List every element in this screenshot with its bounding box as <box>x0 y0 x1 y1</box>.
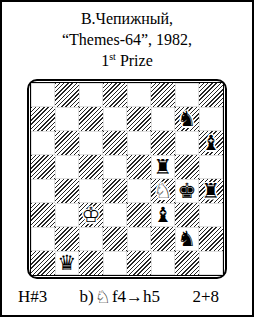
board-outer-frame: ♞♝♜♞♘♚♜♚♔♝♞♛ <box>27 79 227 279</box>
square-c6 <box>79 131 103 155</box>
square-g3 <box>175 203 199 227</box>
square-h7 <box>199 107 223 131</box>
square-b1: ♛ <box>55 251 79 275</box>
author-name: В.Чепижный, <box>2 8 252 29</box>
square-c2 <box>79 227 103 251</box>
square-b7 <box>55 107 79 131</box>
black-knight-g2: ♞ <box>175 227 199 251</box>
square-f5: ♜ <box>151 155 175 179</box>
square-b8 <box>55 83 79 107</box>
square-e4 <box>127 179 151 203</box>
square-g1 <box>175 251 199 275</box>
square-g2: ♞ <box>175 227 199 251</box>
white-king-c3: ♚♔ <box>79 203 103 227</box>
square-h6: ♝ <box>199 131 223 155</box>
black-bishop-h6: ♝ <box>199 131 223 155</box>
square-g7: ♞ <box>175 107 199 131</box>
square-e7 <box>127 107 151 131</box>
award-word: Prize <box>120 52 153 69</box>
square-h3 <box>199 203 223 227</box>
stipulation-label: H#3 <box>18 286 47 308</box>
award-ordinal-suffix: st <box>109 51 116 62</box>
square-f8 <box>151 83 175 107</box>
square-c4 <box>79 179 103 203</box>
square-c1 <box>79 251 103 275</box>
square-d4 <box>103 179 127 203</box>
square-e6 <box>127 131 151 155</box>
twin-label: b) <box>80 286 94 308</box>
black-knight-g7: ♞ <box>175 107 199 131</box>
square-d8 <box>103 83 127 107</box>
square-e5 <box>127 155 151 179</box>
square-a2 <box>31 227 55 251</box>
white-knight-icon: ♘ <box>95 286 111 308</box>
square-a3 <box>31 203 55 227</box>
square-f4: ♞♘ <box>151 179 175 203</box>
black-bishop-f3: ♝ <box>151 203 175 227</box>
chess-board: ♞♝♜♞♘♚♜♚♔♝♞♛ <box>31 83 223 275</box>
square-b6 <box>55 131 79 155</box>
problem-header: В.Чепижный, “Themes-64”, 1982, 1stPrize <box>2 8 252 71</box>
square-d6 <box>103 131 127 155</box>
square-b3 <box>55 203 79 227</box>
board-inner-frame: ♞♝♜♞♘♚♜♚♔♝♞♛ <box>30 82 224 276</box>
square-a6 <box>31 131 55 155</box>
white-knight-f4: ♞♘ <box>151 179 175 203</box>
square-h5 <box>199 155 223 179</box>
twin-condition: b)♘f4→h5 <box>80 285 160 308</box>
black-queen-b1: ♛ <box>55 251 79 275</box>
square-f6 <box>151 131 175 155</box>
material-count: 2+8 <box>192 286 219 308</box>
square-a4 <box>31 179 55 203</box>
square-g5 <box>175 155 199 179</box>
square-a8 <box>31 83 55 107</box>
square-a1 <box>31 251 55 275</box>
square-h4: ♜ <box>199 179 223 203</box>
square-d1 <box>103 251 127 275</box>
square-d2 <box>103 227 127 251</box>
square-d5 <box>103 155 127 179</box>
square-b5 <box>55 155 79 179</box>
square-e3 <box>127 203 151 227</box>
twin-move: f4→h5 <box>112 286 160 308</box>
source-year: “Themes-64”, 1982, <box>2 29 252 50</box>
square-b4 <box>55 179 79 203</box>
square-f7 <box>151 107 175 131</box>
square-f1 <box>151 251 175 275</box>
square-e1 <box>127 251 151 275</box>
award-line: 1stPrize <box>2 50 252 71</box>
square-c8 <box>79 83 103 107</box>
square-d7 <box>103 107 127 131</box>
square-a5 <box>31 155 55 179</box>
square-h1 <box>199 251 223 275</box>
black-king-g4: ♚ <box>175 179 199 203</box>
square-f3: ♝ <box>151 203 175 227</box>
square-a7 <box>31 107 55 131</box>
square-g4: ♚ <box>175 179 199 203</box>
square-g6 <box>175 131 199 155</box>
square-c5 <box>79 155 103 179</box>
problem-diagram-page: В.Чепижный, “Themes-64”, 1982, 1stPrize … <box>0 0 254 317</box>
square-h8 <box>199 83 223 107</box>
board-area: ♞♝♜♞♘♚♜♚♔♝♞♛ <box>2 79 252 279</box>
square-c3: ♚♔ <box>79 203 103 227</box>
square-g8 <box>175 83 199 107</box>
square-e2 <box>127 227 151 251</box>
square-e8 <box>127 83 151 107</box>
square-d3 <box>103 203 127 227</box>
square-f2 <box>151 227 175 251</box>
square-h2 <box>199 227 223 251</box>
square-c7 <box>79 107 103 131</box>
black-rook-f5: ♜ <box>151 155 175 179</box>
black-rook-h4: ♜ <box>199 179 223 203</box>
caption-row: H#3 b)♘f4→h5 2+8 <box>2 285 252 308</box>
square-b2 <box>55 227 79 251</box>
